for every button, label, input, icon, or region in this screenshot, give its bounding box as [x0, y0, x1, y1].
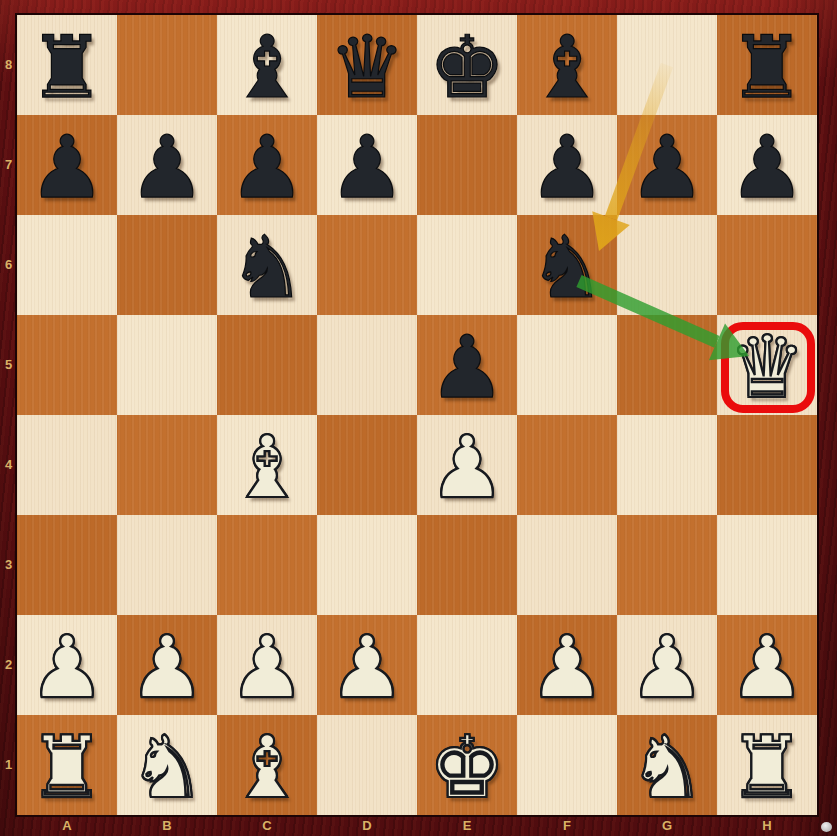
- square-f5[interactable]: [517, 315, 617, 415]
- square-b7[interactable]: ♟: [117, 115, 217, 215]
- square-d1[interactable]: [317, 715, 417, 815]
- square-d7[interactable]: ♟: [317, 115, 417, 215]
- square-d3[interactable]: [317, 515, 417, 615]
- piece-white-pawn-d2[interactable]: ♟: [317, 617, 417, 717]
- square-f6[interactable]: ♞: [517, 215, 617, 315]
- piece-black-bishop-f8[interactable]: ♝: [517, 17, 617, 117]
- rank-label-4: 4: [0, 415, 17, 515]
- piece-white-bishop-c1[interactable]: ♝: [217, 717, 317, 817]
- square-f3[interactable]: [517, 515, 617, 615]
- square-f8[interactable]: ♝: [517, 15, 617, 115]
- square-d4[interactable]: [317, 415, 417, 515]
- square-d2[interactable]: ♟: [317, 615, 417, 715]
- square-c5[interactable]: [217, 315, 317, 415]
- file-label-f: F: [517, 815, 617, 836]
- piece-black-pawn-f7[interactable]: ♟: [517, 117, 617, 217]
- rank-label-6: 6: [0, 215, 17, 315]
- file-label-b: B: [117, 815, 217, 836]
- piece-black-rook-h8[interactable]: ♜: [717, 17, 817, 117]
- square-f1[interactable]: [517, 715, 617, 815]
- piece-white-pawn-f2[interactable]: ♟: [517, 617, 617, 717]
- file-label-c: C: [217, 815, 317, 836]
- square-c2[interactable]: ♟: [217, 615, 317, 715]
- square-c8[interactable]: ♝: [217, 15, 317, 115]
- square-g4[interactable]: [617, 415, 717, 515]
- piece-white-pawn-e4[interactable]: ♟: [417, 417, 517, 517]
- piece-white-bishop-c4[interactable]: ♝: [217, 417, 317, 517]
- piece-black-pawn-b7[interactable]: ♟: [117, 117, 217, 217]
- square-a1[interactable]: ♜: [17, 715, 117, 815]
- file-label-e: E: [417, 815, 517, 836]
- square-e3[interactable]: [417, 515, 517, 615]
- square-e1[interactable]: ♚: [417, 715, 517, 815]
- square-g7[interactable]: ♟: [617, 115, 717, 215]
- square-h8[interactable]: ♜: [717, 15, 817, 115]
- piece-black-pawn-d7[interactable]: ♟: [317, 117, 417, 217]
- square-b8[interactable]: [117, 15, 217, 115]
- square-a4[interactable]: [17, 415, 117, 515]
- rank-label-8: 8: [0, 15, 17, 115]
- file-label-d: D: [317, 815, 417, 836]
- piece-black-king-e8[interactable]: ♚: [417, 17, 517, 117]
- board-frame-inner: ♜♝♛♚♝♜♟♟♟♟♟♟♟♞♞♟♛♝♟♟♟♟♟♟♟♟♜♞♝♚♞♜: [17, 15, 817, 815]
- piece-white-pawn-a2[interactable]: ♟: [17, 617, 117, 717]
- piece-black-pawn-e5[interactable]: ♟: [417, 317, 517, 417]
- piece-white-knight-b1[interactable]: ♞: [117, 717, 217, 817]
- rank-label-5: 5: [0, 315, 17, 415]
- square-b1[interactable]: ♞: [117, 715, 217, 815]
- piece-black-knight-c6[interactable]: ♞: [217, 217, 317, 317]
- square-c6[interactable]: ♞: [217, 215, 317, 315]
- square-b6[interactable]: [117, 215, 217, 315]
- square-d5[interactable]: [317, 315, 417, 415]
- piece-black-pawn-a7[interactable]: ♟: [17, 117, 117, 217]
- rank-label-7: 7: [0, 115, 17, 215]
- square-b4[interactable]: [117, 415, 217, 515]
- square-h1[interactable]: ♜: [717, 715, 817, 815]
- file-label-h: H: [717, 815, 817, 836]
- piece-white-pawn-g2[interactable]: ♟: [617, 617, 717, 717]
- square-h7[interactable]: ♟: [717, 115, 817, 215]
- square-g3[interactable]: [617, 515, 717, 615]
- square-h4[interactable]: [717, 415, 817, 515]
- piece-white-pawn-c2[interactable]: ♟: [217, 617, 317, 717]
- square-f2[interactable]: ♟: [517, 615, 617, 715]
- square-a6[interactable]: [17, 215, 117, 315]
- square-a3[interactable]: [17, 515, 117, 615]
- square-e7[interactable]: [417, 115, 517, 215]
- square-a8[interactable]: ♜: [17, 15, 117, 115]
- square-g2[interactable]: ♟: [617, 615, 717, 715]
- square-a2[interactable]: ♟: [17, 615, 117, 715]
- square-b2[interactable]: ♟: [117, 615, 217, 715]
- square-e6[interactable]: [417, 215, 517, 315]
- square-c7[interactable]: ♟: [217, 115, 317, 215]
- square-f4[interactable]: [517, 415, 617, 515]
- square-h5[interactable]: ♛: [717, 315, 817, 415]
- square-f7[interactable]: ♟: [517, 115, 617, 215]
- piece-white-queen-h5[interactable]: ♛: [717, 317, 817, 417]
- square-g8[interactable]: [617, 15, 717, 115]
- square-a5[interactable]: [17, 315, 117, 415]
- piece-black-knight-f6[interactable]: ♞: [517, 217, 617, 317]
- piece-black-rook-a8[interactable]: ♜: [17, 17, 117, 117]
- piece-black-bishop-c8[interactable]: ♝: [217, 17, 317, 117]
- piece-white-rook-a1[interactable]: ♜: [17, 717, 117, 817]
- square-c3[interactable]: [217, 515, 317, 615]
- square-h6[interactable]: [717, 215, 817, 315]
- rank-label-1: 1: [0, 715, 17, 815]
- piece-black-pawn-h7[interactable]: ♟: [717, 117, 817, 217]
- piece-black-pawn-g7[interactable]: ♟: [617, 117, 717, 217]
- square-d8[interactable]: ♛: [317, 15, 417, 115]
- chess-app-window: ♜♝♛♚♝♜♟♟♟♟♟♟♟♞♞♟♛♝♟♟♟♟♟♟♟♟♜♞♝♚♞♜ 8765432…: [0, 0, 837, 836]
- square-g5[interactable]: [617, 315, 717, 415]
- square-e2[interactable]: [417, 615, 517, 715]
- square-c1[interactable]: ♝: [217, 715, 317, 815]
- piece-white-king-e1[interactable]: ♚: [417, 717, 517, 817]
- piece-black-queen-d8[interactable]: ♛: [317, 17, 417, 117]
- rank-label-2: 2: [0, 615, 17, 715]
- piece-white-knight-g1[interactable]: ♞: [617, 717, 717, 817]
- file-label-a: A: [17, 815, 117, 836]
- chess-board: ♜♝♛♚♝♜♟♟♟♟♟♟♟♞♞♟♛♝♟♟♟♟♟♟♟♟♜♞♝♚♞♜: [17, 15, 817, 815]
- square-g6[interactable]: [617, 215, 717, 315]
- square-d6[interactable]: [317, 215, 417, 315]
- square-g1[interactable]: ♞: [617, 715, 717, 815]
- square-e4[interactable]: ♟: [417, 415, 517, 515]
- square-c4[interactable]: ♝: [217, 415, 317, 515]
- piece-white-pawn-b2[interactable]: ♟: [117, 617, 217, 717]
- square-e8[interactable]: ♚: [417, 15, 517, 115]
- square-b3[interactable]: [117, 515, 217, 615]
- square-h2[interactable]: ♟: [717, 615, 817, 715]
- piece-white-pawn-h2[interactable]: ♟: [717, 617, 817, 717]
- square-h3[interactable]: [717, 515, 817, 615]
- piece-white-rook-h1[interactable]: ♜: [717, 717, 817, 817]
- rank-label-3: 3: [0, 515, 17, 615]
- square-b5[interactable]: [117, 315, 217, 415]
- square-e5[interactable]: ♟: [417, 315, 517, 415]
- corner-dot: [821, 822, 832, 832]
- piece-black-pawn-c7[interactable]: ♟: [217, 117, 317, 217]
- square-a7[interactable]: ♟: [17, 115, 117, 215]
- file-label-g: G: [617, 815, 717, 836]
